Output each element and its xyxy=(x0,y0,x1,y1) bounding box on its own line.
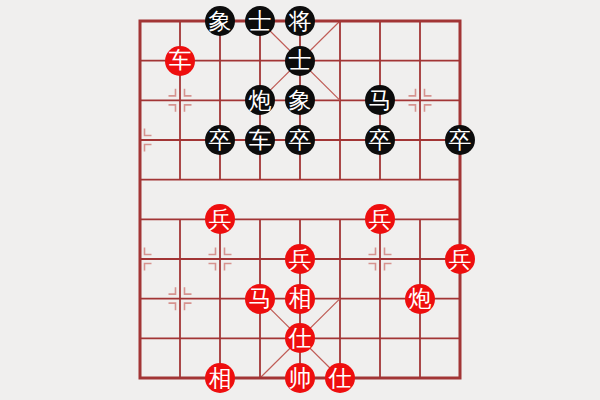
point-marker xyxy=(385,248,392,255)
point-marker xyxy=(409,89,416,96)
piece-red-horse[interactable]: 马 xyxy=(245,284,275,314)
point-marker xyxy=(369,248,376,255)
point-marker xyxy=(385,264,392,271)
piece-black-rook[interactable]: 车 xyxy=(245,125,275,155)
piece-black-soldier[interactable]: 卒 xyxy=(205,125,235,155)
piece-red-soldier[interactable]: 兵 xyxy=(205,204,235,234)
screenshot-canvas: 象士将车士炮象马卒车卒卒卒兵兵兵兵马相炮仕相帅仕 xyxy=(0,0,600,400)
piece-black-soldier[interactable]: 卒 xyxy=(285,125,315,155)
point-marker xyxy=(185,303,192,310)
point-marker xyxy=(209,264,216,271)
piece-black-cannon[interactable]: 炮 xyxy=(245,85,275,115)
point-marker xyxy=(369,264,376,271)
point-marker xyxy=(409,105,416,112)
piece-black-general[interactable]: 将 xyxy=(285,6,315,36)
xiangqi-board[interactable]: 象士将车士炮象马卒车卒卒卒兵兵兵兵马相炮仕相帅仕 xyxy=(140,21,460,378)
piece-red-elephant[interactable]: 相 xyxy=(205,363,235,393)
point-marker xyxy=(145,248,152,255)
point-marker xyxy=(169,89,176,96)
piece-red-rook[interactable]: 车 xyxy=(165,46,195,76)
point-marker xyxy=(185,105,192,112)
piece-black-elephant[interactable]: 象 xyxy=(205,6,235,36)
point-marker xyxy=(145,129,152,136)
piece-red-elephant[interactable]: 相 xyxy=(285,284,315,314)
point-marker xyxy=(145,264,152,271)
point-marker xyxy=(185,287,192,294)
piece-red-advisor[interactable]: 仕 xyxy=(325,363,355,393)
point-marker xyxy=(425,105,432,112)
point-marker xyxy=(169,303,176,310)
piece-red-advisor[interactable]: 仕 xyxy=(285,323,315,353)
point-marker xyxy=(185,89,192,96)
point-marker xyxy=(169,105,176,112)
piece-red-general[interactable]: 帅 xyxy=(285,363,315,393)
point-marker xyxy=(225,264,232,271)
piece-black-horse[interactable]: 马 xyxy=(365,85,395,115)
piece-black-soldier[interactable]: 卒 xyxy=(365,125,395,155)
piece-black-soldier[interactable]: 卒 xyxy=(445,125,475,155)
piece-black-elephant[interactable]: 象 xyxy=(285,85,315,115)
piece-red-cannon[interactable]: 炮 xyxy=(405,284,435,314)
point-marker xyxy=(169,287,176,294)
point-marker xyxy=(425,89,432,96)
piece-red-soldier[interactable]: 兵 xyxy=(445,244,475,274)
point-marker xyxy=(145,145,152,152)
piece-red-soldier[interactable]: 兵 xyxy=(285,244,315,274)
point-marker xyxy=(209,248,216,255)
piece-red-soldier[interactable]: 兵 xyxy=(365,204,395,234)
piece-black-advisor[interactable]: 士 xyxy=(245,6,275,36)
point-marker xyxy=(225,248,232,255)
piece-black-advisor[interactable]: 士 xyxy=(285,46,315,76)
